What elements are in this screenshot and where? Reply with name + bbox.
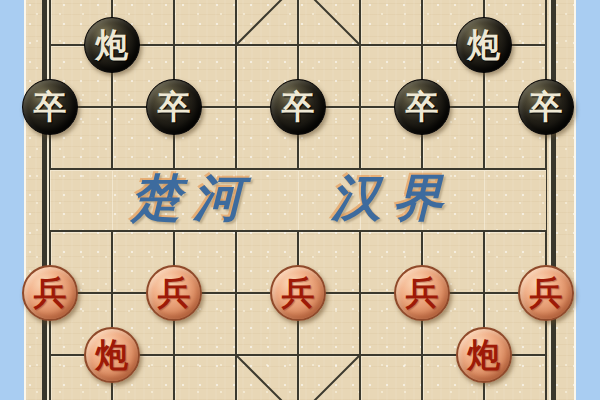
piece-character: 卒 <box>34 85 67 130</box>
piece-character: 兵 <box>34 271 67 316</box>
red-soldier[interactable]: 兵 <box>518 265 574 321</box>
board-cell <box>360 355 422 400</box>
red-soldier[interactable]: 兵 <box>22 265 78 321</box>
red-soldier[interactable]: 兵 <box>270 265 326 321</box>
black-soldier[interactable]: 卒 <box>270 79 326 135</box>
board-cell <box>298 0 360 45</box>
piece-character: 兵 <box>282 271 315 316</box>
board-cell <box>360 0 422 45</box>
piece-character: 炮 <box>96 333 129 378</box>
piece-character: 卒 <box>158 85 191 130</box>
black-soldier[interactable]: 卒 <box>22 79 78 135</box>
black-cannon[interactable]: 炮 <box>84 17 140 73</box>
piece-character: 卒 <box>282 85 315 130</box>
black-soldier[interactable]: 卒 <box>394 79 450 135</box>
piece-character: 卒 <box>406 85 439 130</box>
piece-character: 炮 <box>96 23 129 68</box>
board-cell <box>484 169 546 231</box>
board-cell <box>174 0 236 45</box>
board-cell <box>236 355 298 400</box>
piece-character: 兵 <box>158 271 191 316</box>
board-frame-right <box>551 0 556 400</box>
board-cell <box>298 355 360 400</box>
black-cannon[interactable]: 炮 <box>456 17 512 73</box>
river-label-chu-he: 楚河 <box>108 168 278 230</box>
board-cell <box>174 355 236 400</box>
piece-character: 兵 <box>406 271 439 316</box>
black-soldier[interactable]: 卒 <box>518 79 574 135</box>
black-soldier[interactable]: 卒 <box>146 79 202 135</box>
piece-character: 兵 <box>530 271 563 316</box>
board-frame-left-highlight <box>47 0 49 400</box>
red-cannon[interactable]: 炮 <box>456 327 512 383</box>
red-cannon[interactable]: 炮 <box>84 327 140 383</box>
piece-character: 炮 <box>468 23 501 68</box>
piece-character: 卒 <box>530 85 563 130</box>
red-soldier[interactable]: 兵 <box>394 265 450 321</box>
river-label-han-jie: 汉界 <box>308 168 478 230</box>
board-cell <box>236 0 298 45</box>
xiangqi-board-screen: 楚河 汉界 炮炮卒卒卒卒卒兵兵兵兵兵炮炮 <box>0 0 600 400</box>
red-soldier[interactable]: 兵 <box>146 265 202 321</box>
piece-character: 炮 <box>468 333 501 378</box>
board-cell <box>50 169 112 231</box>
